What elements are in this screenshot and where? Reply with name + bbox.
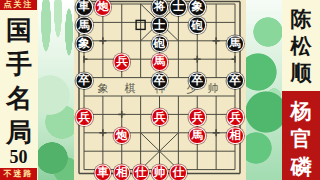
episode-number: 50 bbox=[0, 147, 37, 168]
piece-black-soldier[interactable]: 卒 bbox=[189, 72, 207, 90]
bottom-player-name: 杨官磷 bbox=[282, 97, 320, 180]
piece-black-soldier[interactable]: 卒 bbox=[75, 72, 93, 90]
piece-red-horse[interactable]: 馬 bbox=[189, 127, 207, 145]
piece-red-soldier[interactable]: 兵 bbox=[189, 109, 207, 127]
piece-red-soldier[interactable]: 兵 bbox=[75, 109, 93, 127]
piece-black-king[interactable]: 将 bbox=[151, 0, 169, 16]
piece-black-chariot[interactable]: 車 bbox=[75, 0, 93, 16]
piece-red-cannon[interactable]: 炮 bbox=[113, 127, 131, 145]
piece-black-horse[interactable]: 馬 bbox=[75, 17, 93, 35]
piece-red-horse[interactable]: 馬 bbox=[151, 53, 169, 71]
follow-badge: 不迷路 bbox=[0, 168, 37, 180]
piece-black-elephant[interactable]: 象 bbox=[75, 35, 93, 53]
subscribe-badge: 点关注 bbox=[0, 0, 37, 10]
piece-red-soldier[interactable]: 兵 bbox=[151, 109, 169, 127]
willow-decoration-right bbox=[246, 0, 282, 180]
piece-red-advisor[interactable]: 仕 bbox=[132, 164, 150, 180]
piece-red-cannon[interactable]: 炮 bbox=[94, 0, 112, 16]
piece-black-advisor[interactable]: 士 bbox=[151, 17, 169, 35]
willow-decoration-left bbox=[38, 0, 74, 180]
piece-red-elephant[interactable]: 相 bbox=[226, 127, 244, 145]
piece-red-king[interactable]: 帅 bbox=[151, 164, 169, 180]
series-title: 国手名局 bbox=[0, 14, 38, 150]
piece-red-chariot[interactable]: 車 bbox=[94, 164, 112, 180]
piece-red-soldier[interactable]: 兵 bbox=[113, 53, 131, 71]
piece-red-elephant[interactable]: 相 bbox=[113, 164, 131, 180]
piece-black-soldier[interactable]: 卒 bbox=[151, 72, 169, 90]
piece-black-horse[interactable]: 馬 bbox=[226, 35, 244, 53]
piece-black-advisor[interactable]: 士 bbox=[170, 0, 188, 16]
thumbnail-stage: 象棋神少帅 車炮将士象馬士砲象砲馬兵馬卒卒卒卒兵兵兵兵炮馬相車相仕帅仕 点关注 … bbox=[0, 0, 320, 180]
piece-red-advisor[interactable]: 仕 bbox=[170, 164, 188, 180]
piece-black-elephant[interactable]: 象 bbox=[189, 0, 207, 16]
top-player-name: 陈松顺 bbox=[282, 6, 320, 87]
piece-red-soldier[interactable]: 兵 bbox=[226, 109, 244, 127]
piece-black-soldier[interactable]: 卒 bbox=[226, 72, 244, 90]
piece-black-cannon[interactable]: 砲 bbox=[189, 17, 207, 35]
piece-black-cannon[interactable]: 砲 bbox=[151, 35, 169, 53]
